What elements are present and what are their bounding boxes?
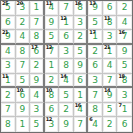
cell-digit: 3 [34, 105, 40, 114]
cell-r4c1[interactable]: 4 [1, 45, 16, 60]
cell-r8c3[interactable]: 3 [30, 103, 45, 118]
cell-r5c9[interactable]: 5 [117, 59, 132, 74]
cell-r2c2[interactable]: 2 [16, 16, 31, 31]
cage-sum-label: 7 [118, 103, 121, 108]
cell-r9c5[interactable]: 9 [59, 117, 74, 132]
cell-r3c2[interactable]: 4 [16, 30, 31, 45]
cage-sum-label: 11 [104, 16, 110, 21]
cell-digit: 3 [5, 61, 11, 70]
cell-r9c3[interactable]: 5 [30, 117, 45, 132]
cage-sum-label: 13 [89, 1, 95, 6]
cage-sum-label: 11 [46, 1, 52, 6]
cell-r9c2[interactable]: 1 [16, 117, 31, 132]
cell-digit: 5 [63, 91, 69, 100]
cell-r5c6[interactable]: 9 [74, 59, 89, 74]
cell-r2c3[interactable]: 7 [30, 16, 45, 31]
cell-digit: 8 [19, 47, 25, 56]
cage-sum-label: 16 [75, 1, 81, 6]
cell-r2c6[interactable]: 3 [74, 16, 89, 31]
cell-digit: 4 [34, 91, 40, 100]
cell-r5c7[interactable]: 6 [88, 59, 103, 74]
cell-digit: 6 [77, 76, 83, 85]
cell-digit: 5 [107, 105, 113, 114]
cell-r8c5[interactable]: 2 [59, 103, 74, 118]
cell-r4c4[interactable]: 127 [45, 45, 60, 60]
cell-digit: 1 [34, 3, 40, 12]
cell-digit: 1 [122, 105, 128, 114]
cell-digit: 7 [34, 18, 40, 27]
cell-digit: 7 [77, 120, 83, 129]
cell-r3c3[interactable]: 8 [30, 30, 45, 45]
cell-r8c9[interactable]: 71 [117, 103, 132, 118]
cell-digit: 7 [19, 61, 25, 70]
cell-digit: 5 [122, 61, 128, 70]
cell-r5c8[interactable]: 4 [103, 59, 118, 74]
cell-r3c8[interactable]: 3 [103, 30, 118, 45]
cell-r8c4[interactable]: 6 [45, 103, 60, 118]
cell-digit: 6 [49, 105, 55, 114]
cell-r2c4[interactable]: 9 [45, 16, 60, 31]
cell-r7c1[interactable]: 2 [1, 88, 16, 103]
cell-r3c6[interactable]: 2 [74, 30, 89, 45]
cell-digit: 2 [63, 105, 69, 114]
cell-r6c7[interactable]: 3 [88, 74, 103, 89]
cell-r3c7[interactable]: 171 [88, 30, 103, 45]
cell-digit: 9 [49, 18, 55, 27]
cell-r7c2[interactable]: 106 [16, 88, 31, 103]
cell-digit: 6 [107, 3, 113, 12]
cell-digit: 5 [92, 18, 98, 27]
cell-r2c7[interactable]: 5 [88, 16, 103, 31]
cell-digit: 6 [63, 32, 69, 41]
cage-sum-label: 14 [104, 88, 110, 93]
cell-r4c5[interactable]: 3 [59, 45, 74, 60]
cell-r8c7[interactable]: 8 [88, 103, 103, 118]
sudoku-board: 2552031114716813962627912135118421948562… [0, 0, 133, 133]
cell-digit: 2 [92, 47, 98, 56]
cell-r2c1[interactable]: 6 [1, 16, 16, 31]
cell-r6c2[interactable]: 5 [16, 74, 31, 89]
cell-digit: 6 [92, 61, 98, 70]
cage-sum-label: 11 [2, 74, 8, 79]
cell-digit: 9 [34, 76, 40, 85]
cell-r4c7[interactable]: 2 [88, 45, 103, 60]
cell-digit: 2 [107, 120, 113, 129]
cell-digit: 4 [107, 61, 113, 70]
cell-digit: 3 [77, 18, 83, 27]
cell-r6c9[interactable]: 188 [117, 74, 132, 89]
cage-sum-label: 10 [46, 88, 52, 93]
cell-digit: 3 [122, 91, 128, 100]
cell-digit: 4 [5, 47, 11, 56]
cell-digit: 8 [5, 120, 11, 129]
cell-digit: 4 [92, 120, 98, 129]
cell-r6c1[interactable]: 111 [1, 74, 16, 89]
cell-digit: 9 [77, 61, 83, 70]
cell-r3c9[interactable]: 167 [117, 30, 132, 45]
cell-r5c3[interactable]: 2 [30, 59, 45, 74]
cage-sum-label: 17 [31, 45, 37, 50]
cell-digit: 4 [19, 32, 25, 41]
cell-r5c5[interactable]: 8 [59, 59, 74, 74]
cell-r8c2[interactable]: 9 [16, 103, 31, 118]
cell-digit: 2 [122, 3, 128, 12]
cage-sum-label: 6 [89, 117, 92, 122]
cell-r1c6[interactable]: 168 [74, 1, 89, 16]
cell-digit: 5 [34, 120, 40, 129]
cell-r2c9[interactable]: 4 [117, 16, 132, 31]
cell-r8c8[interactable]: 5 [103, 103, 118, 118]
cell-r9c1[interactable]: 8 [1, 117, 16, 132]
cell-r1c4[interactable]: 114 [45, 1, 60, 16]
cell-digit: 8 [92, 105, 98, 114]
cage-sum-label: 12 [60, 16, 66, 21]
cell-digit: 3 [107, 32, 113, 41]
cell-r3c1[interactable]: 219 [1, 30, 16, 45]
cell-r8c6[interactable]: 164 [74, 103, 89, 118]
cell-r6c3[interactable]: 9 [30, 74, 45, 89]
cage-sum-label: 21 [2, 30, 8, 35]
cell-digit: 4 [122, 18, 128, 27]
cell-r8c1[interactable]: 7 [1, 103, 16, 118]
cage-sum-label: 10 [17, 88, 23, 93]
cell-digit: 5 [19, 76, 25, 85]
cell-digit: 2 [5, 91, 11, 100]
cell-digit: 2 [19, 18, 25, 27]
cell-r6c8[interactable]: 7 [103, 74, 118, 89]
cell-r6c5[interactable]: 144 [59, 74, 74, 89]
cage-sum-label: 12 [46, 45, 52, 50]
cage-sum-label: 20 [17, 1, 23, 6]
cell-r1c8[interactable]: 6 [103, 1, 118, 16]
cage-sum-label: 21 [104, 45, 110, 50]
cage-sum-label: 18 [118, 74, 124, 79]
cell-r7c9[interactable]: 3 [117, 88, 132, 103]
cell-digit: 9 [19, 105, 25, 114]
cage-sum-label: 16 [75, 103, 81, 108]
cell-r2c8[interactable]: 118 [103, 16, 118, 31]
cell-r5c2[interactable]: 7 [16, 59, 31, 74]
cell-r7c5[interactable]: 5 [59, 88, 74, 103]
cage-sum-label: 12 [46, 117, 52, 122]
cell-digit: 1 [77, 91, 83, 100]
cell-digit: 7 [107, 76, 113, 85]
cell-digit: 6 [5, 18, 11, 27]
cell-r9c4[interactable]: 123 [45, 117, 60, 132]
cell-r9c9[interactable]: 6 [117, 117, 132, 132]
cell-r4c6[interactable]: 5 [74, 45, 89, 60]
cage-sum-label: 16 [118, 30, 124, 35]
cell-r1c3[interactable]: 1 [30, 1, 45, 16]
cell-digit: 1 [49, 61, 55, 70]
cell-r6c4[interactable]: 2 [45, 74, 60, 89]
cell-digit: 8 [34, 32, 40, 41]
cell-r7c6[interactable]: 1 [74, 88, 89, 103]
cell-digit: 2 [49, 76, 55, 85]
cell-r5c4[interactable]: 1 [45, 59, 60, 74]
cell-r7c3[interactable]: 4 [30, 88, 45, 103]
cell-r5c1[interactable]: 3 [1, 59, 16, 74]
cell-r7c8[interactable]: 149 [103, 88, 118, 103]
cell-r4c3[interactable]: 176 [30, 45, 45, 60]
cell-r2c5[interactable]: 121 [59, 16, 74, 31]
cell-digit: 8 [63, 61, 69, 70]
cell-r9c6[interactable]: 7 [74, 117, 89, 132]
cell-digit: 7 [5, 105, 11, 114]
cell-r3c5[interactable]: 6 [59, 30, 74, 45]
cell-r9c8[interactable]: 2 [103, 117, 118, 132]
cell-r4c8[interactable]: 211 [103, 45, 118, 60]
cell-r9c7[interactable]: 64 [88, 117, 103, 132]
cage-sum-label: 17 [89, 30, 95, 35]
cell-r1c7[interactable]: 139 [88, 1, 103, 16]
cell-r1c2[interactable]: 203 [16, 1, 31, 16]
cell-digit: 3 [63, 47, 69, 56]
cell-digit: 9 [63, 120, 69, 129]
cell-r7c7[interactable]: 7 [88, 88, 103, 103]
cell-digit: 5 [77, 47, 83, 56]
cell-digit: 6 [122, 120, 128, 129]
cell-r6c6[interactable]: 6 [74, 74, 89, 89]
cell-digit: 7 [92, 91, 98, 100]
cell-digit: 9 [122, 47, 128, 56]
cell-r1c5[interactable]: 7 [59, 1, 74, 16]
cell-r7c4[interactable]: 108 [45, 88, 60, 103]
killer-sudoku-screenshot: 2552031114716813962627912135118421948562… [0, 0, 133, 133]
cell-digit: 3 [92, 76, 98, 85]
cell-digit: 7 [63, 3, 69, 12]
cell-digit: 2 [77, 32, 83, 41]
cell-r3c4[interactable]: 5 [45, 30, 60, 45]
cell-digit: 2 [34, 61, 40, 70]
cage-sum-label: 25 [2, 1, 8, 6]
cell-digit: 1 [19, 120, 25, 129]
cage-sum-label: 14 [60, 74, 66, 79]
cell-r1c9[interactable]: 2 [117, 1, 132, 16]
cell-digit: 5 [49, 32, 55, 41]
cell-r4c2[interactable]: 8 [16, 45, 31, 60]
cell-r1c1[interactable]: 255 [1, 1, 16, 16]
cell-r4c9[interactable]: 9 [117, 45, 132, 60]
